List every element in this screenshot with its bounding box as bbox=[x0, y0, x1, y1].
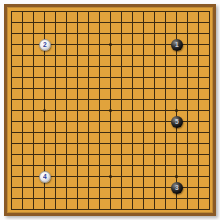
move-number-label: 1 bbox=[175, 39, 179, 50]
black-stone-Q16: 1 bbox=[171, 39, 183, 51]
black-stone-Q9: 5 bbox=[171, 116, 183, 128]
star-point bbox=[109, 175, 112, 178]
white-stone-D4: 4 bbox=[39, 171, 51, 183]
star-point bbox=[43, 109, 46, 112]
go-board[interactable]: 12345 bbox=[4, 4, 216, 216]
move-number-label: 3 bbox=[175, 182, 179, 193]
move-number-label: 4 bbox=[43, 171, 47, 182]
star-point bbox=[109, 109, 112, 112]
stones-layer[interactable]: 12345 bbox=[6, 6, 215, 215]
move-number-label: 5 bbox=[175, 116, 179, 127]
star-point bbox=[109, 43, 112, 46]
black-stone-Q3: 3 bbox=[171, 182, 183, 194]
white-stone-D16: 2 bbox=[39, 39, 51, 51]
star-point bbox=[175, 109, 178, 112]
star-point bbox=[175, 175, 178, 178]
move-number-label: 2 bbox=[43, 39, 47, 50]
